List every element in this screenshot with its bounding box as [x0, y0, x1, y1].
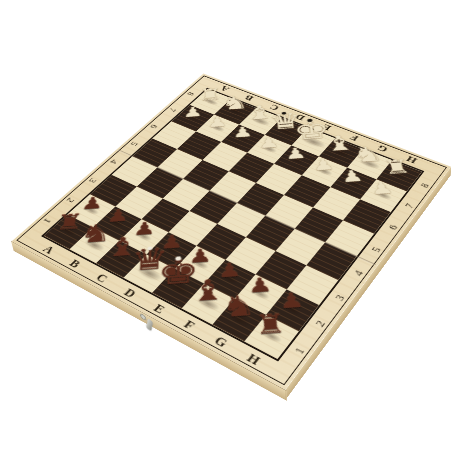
white-pawn-glyph: ♟	[207, 115, 228, 130]
white-king-finial-dot	[307, 119, 313, 122]
product-photo-scene: AA11BB22CC33DD44EE55FF66GG77HH88 ♜♞♝♛♚♝♞…	[0, 0, 458, 458]
white-pawn-glyph: ♟	[284, 145, 307, 161]
white-pawn-glyph: ♟	[340, 168, 365, 185]
white-pawn-glyph: ♟	[183, 105, 203, 119]
latch-clasp-icon	[146, 318, 153, 331]
white-pawn-glyph: ♟	[258, 135, 280, 151]
white-queen-finial-dot	[282, 112, 287, 115]
white-pawn-glyph: ♟	[312, 156, 336, 173]
latch-pin-icon	[140, 313, 147, 321]
white-knight-glyph: ♞	[351, 143, 385, 166]
white-rook-glyph: ♜	[199, 86, 223, 103]
white-pawn-glyph: ♟	[232, 125, 253, 140]
chess-board: AA11BB22CC33DD44EE55FF66GG77HH88 ♜♞♝♛♚♝♞…	[12, 74, 451, 390]
white-rook-glyph: ♜	[382, 157, 413, 178]
